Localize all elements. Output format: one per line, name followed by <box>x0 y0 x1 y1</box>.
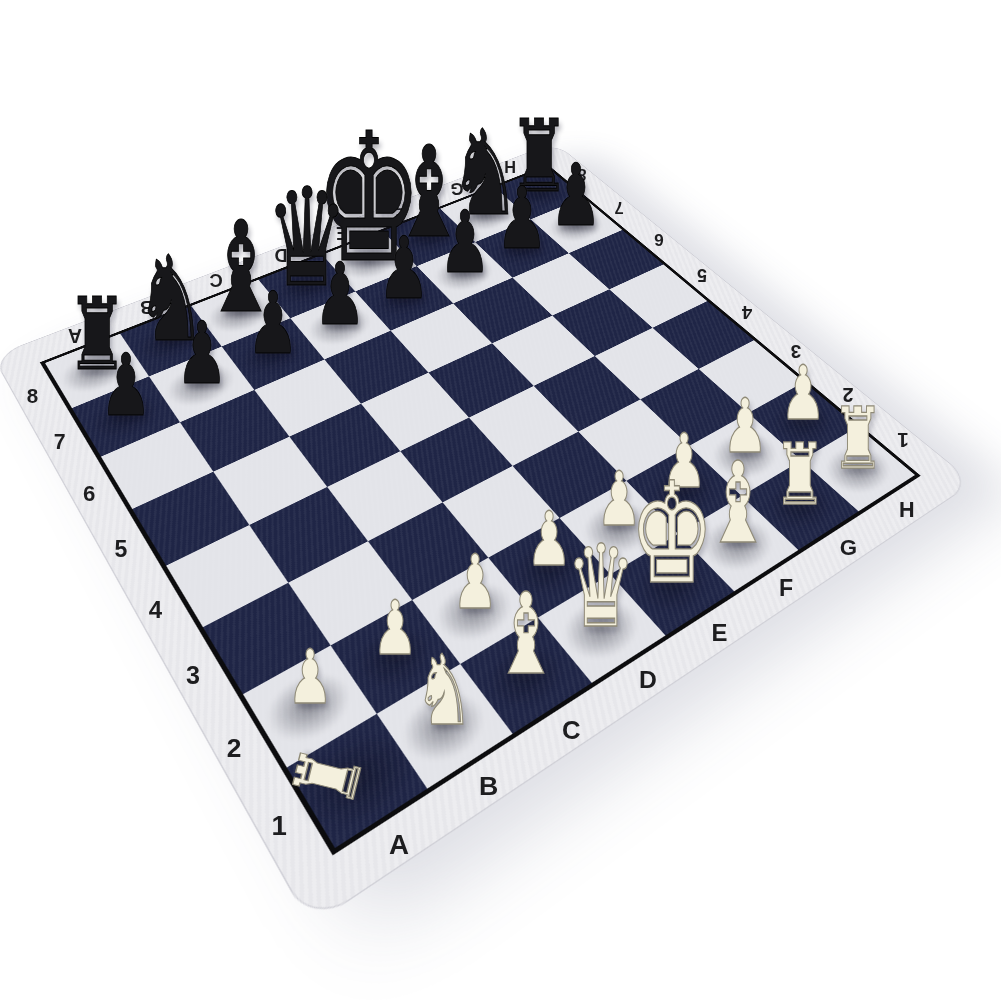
black-pawn-glyph: ♟ <box>496 175 548 261</box>
rank-label-left-5: 5 <box>115 538 128 561</box>
white-rook-glyph: ♜ <box>281 741 376 812</box>
piece-white-pawn-c2[interactable]: ♟ <box>452 545 498 620</box>
file-label-bottom-c: C <box>562 718 581 744</box>
piece-white-pawn-h2[interactable]: ♟ <box>780 356 826 431</box>
white-knight-glyph: ♞ <box>415 641 474 738</box>
piece-black-pawn-d7[interactable]: ♟ <box>314 251 366 337</box>
piece-white-rook-a1-toppled[interactable]: ♜ <box>319 706 395 791</box>
chess-photo-scene: ABCDEFGH87654321♜♞♟♝♟♚♟♛♟♝♟♞♟♜♟♟♟♟♜♟♜♟♝♟… <box>0 0 1001 1001</box>
piece-white-queen-d1[interactable]: ♛ <box>567 530 636 644</box>
piece-black-pawn-g7[interactable]: ♟ <box>496 175 548 261</box>
white-rook-glyph: ♜ <box>832 395 884 480</box>
rank-label-left-1: 1 <box>272 812 287 840</box>
rank-label-left-2: 2 <box>227 734 242 760</box>
white-pawn-glyph: ♟ <box>372 591 418 666</box>
rank-label-left-8: 8 <box>27 385 38 406</box>
rank-label-left-6: 6 <box>83 483 95 505</box>
pieces-and-labels-layer: ABCDEFGH87654321♜♞♟♝♟♚♟♛♟♝♟♞♟♜♟♟♟♟♜♟♜♟♝♟… <box>0 0 1001 1001</box>
rank-label-right-7: 7 <box>615 198 624 215</box>
piece-black-pawn-b7[interactable]: ♟ <box>175 310 227 396</box>
rank-label-right-4: 4 <box>742 302 752 321</box>
file-label-bottom-d: D <box>639 668 657 693</box>
black-pawn-glyph: ♟ <box>100 342 152 428</box>
white-queen-glyph: ♛ <box>567 530 636 644</box>
piece-white-knight-b1[interactable]: ♞ <box>415 641 474 738</box>
rank-label-left-3: 3 <box>186 663 200 688</box>
rank-label-left-7: 7 <box>54 432 66 453</box>
white-rook-glyph: ♜ <box>774 431 826 516</box>
file-label-bottom-b: B <box>479 772 498 799</box>
black-pawn-glyph: ♟ <box>175 310 227 396</box>
file-label-bottom-a: A <box>389 831 409 859</box>
piece-white-pawn-d2[interactable]: ♟ <box>526 502 572 577</box>
white-pawn-glyph: ♟ <box>287 640 333 715</box>
piece-white-rook-h1[interactable]: ♜ <box>832 395 884 480</box>
file-label-bottom-e: E <box>712 621 728 645</box>
piece-white-rook-g1[interactable]: ♜ <box>774 431 826 516</box>
black-pawn-glyph: ♟ <box>247 280 299 366</box>
piece-white-pawn-a2[interactable]: ♟ <box>287 640 333 715</box>
black-pawn-glyph: ♟ <box>314 251 366 337</box>
piece-black-pawn-e7[interactable]: ♟ <box>378 224 430 310</box>
black-pawn-glyph: ♟ <box>438 199 490 285</box>
piece-black-pawn-a7[interactable]: ♟ <box>100 342 152 428</box>
black-pawn-glyph: ♟ <box>378 224 430 310</box>
rank-label-right-6: 6 <box>655 231 665 248</box>
rank-label-left-4: 4 <box>149 598 162 622</box>
white-pawn-glyph: ♟ <box>452 545 498 620</box>
file-label-bottom-g: G <box>840 537 857 559</box>
rank-label-right-5: 5 <box>697 265 707 283</box>
rank-label-right-1: 1 <box>898 429 909 450</box>
white-bishop-glyph: ♝ <box>492 578 560 690</box>
piece-white-pawn-b2[interactable]: ♟ <box>372 591 418 666</box>
white-pawn-glyph: ♟ <box>526 502 572 577</box>
black-pawn-glyph: ♟ <box>550 151 602 237</box>
white-king-glyph: ♚ <box>629 464 714 604</box>
piece-black-pawn-f7[interactable]: ♟ <box>438 199 490 285</box>
piece-black-pawn-h7[interactable]: ♟ <box>550 151 602 237</box>
piece-black-pawn-c7[interactable]: ♟ <box>247 280 299 366</box>
file-label-bottom-f: F <box>779 578 793 601</box>
piece-white-bishop-c1[interactable]: ♝ <box>492 578 560 690</box>
file-label-bottom-h: H <box>899 499 915 521</box>
piece-white-king-e1[interactable]: ♚ <box>629 464 714 604</box>
white-pawn-glyph: ♟ <box>780 356 826 431</box>
